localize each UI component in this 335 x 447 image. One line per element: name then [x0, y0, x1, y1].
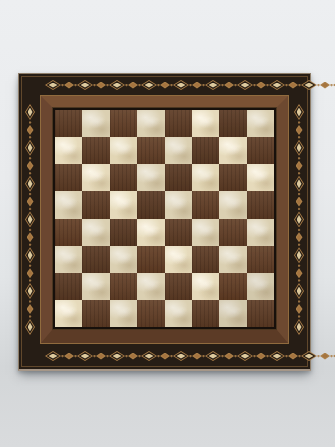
board-square [55, 219, 82, 246]
dot-inlay [29, 121, 32, 124]
diamond-inlay [297, 108, 302, 117]
diamond-inlay [297, 234, 301, 240]
diamond-inlay [27, 197, 34, 207]
board-square [110, 300, 137, 327]
dot-inlay [317, 84, 320, 87]
dot-inlay [157, 355, 160, 358]
board-square [165, 273, 192, 300]
diamond-inlay [28, 251, 33, 260]
board-square [110, 273, 137, 300]
diamond-inlay [207, 81, 220, 89]
diamond-inlay [226, 354, 232, 358]
dot-inlay [234, 84, 237, 87]
diamond-inlay [294, 247, 304, 263]
diamond-inlay [173, 351, 189, 361]
diamond-inlay [177, 354, 186, 359]
board-square [219, 137, 246, 164]
diamond-inlay [305, 83, 314, 88]
dot-inlay [298, 121, 301, 124]
diamond-inlay [301, 351, 317, 361]
dot-inlay [298, 355, 301, 358]
dot-inlay [157, 84, 160, 87]
dot-inlay [106, 84, 109, 87]
diamond-inlay [175, 352, 188, 360]
diamond-inlay [25, 104, 35, 120]
chess-box [18, 73, 311, 371]
diamond-inlay [47, 352, 60, 360]
board-square [192, 273, 219, 300]
board-square [247, 246, 274, 273]
diamond-inlay [237, 80, 253, 90]
board-square [247, 110, 274, 137]
dot-inlay [29, 157, 32, 160]
board-square [110, 164, 137, 191]
diamond-inlay [28, 199, 32, 205]
dot-inlay [61, 355, 64, 358]
diamond-inlay [194, 83, 200, 87]
board-square [192, 137, 219, 164]
diamond-inlay [296, 125, 303, 135]
diamond-inlay [296, 232, 303, 242]
board-square [165, 246, 192, 273]
diamond-inlay [28, 306, 32, 312]
diamond-inlay [256, 82, 266, 89]
diamond-inlay [322, 354, 328, 358]
diamond-inlay [297, 127, 301, 133]
dot-inlay [317, 355, 320, 358]
board-square [55, 164, 82, 191]
dot-inlay [221, 84, 224, 87]
diamond-inlay [28, 234, 32, 240]
diamond-inlay [113, 354, 122, 359]
board-square [137, 246, 164, 273]
diamond-inlay [294, 176, 304, 192]
diamond-inlay [295, 320, 303, 333]
board-square [55, 300, 82, 327]
inlay-band-bottom [45, 349, 284, 363]
board-square [82, 164, 109, 191]
board-square [165, 191, 192, 218]
diamond-inlay [303, 352, 316, 360]
dot-inlay [106, 355, 109, 358]
diamond-inlay [295, 213, 303, 226]
diamond-inlay [28, 270, 32, 276]
diamond-inlay [28, 287, 33, 296]
dot-inlay [253, 84, 256, 87]
diamond-inlay [128, 82, 138, 89]
inlay-band-left [23, 104, 37, 335]
diamond-inlay [28, 108, 33, 117]
dot-inlay [298, 84, 301, 87]
diamond-inlay [26, 141, 34, 154]
board-square [82, 191, 109, 218]
diamond-inlay [192, 353, 202, 360]
board-square [192, 164, 219, 191]
diamond-inlay [143, 352, 156, 360]
diamond-inlay [145, 354, 154, 359]
diamond-inlay [113, 83, 122, 88]
diamond-inlay [145, 83, 154, 88]
board-square [55, 273, 82, 300]
dot-inlay [298, 207, 301, 210]
diamond-inlay [27, 161, 34, 171]
board-square [82, 246, 109, 273]
diamond-inlay [322, 83, 328, 87]
board-square [55, 110, 82, 137]
dot-inlay [29, 207, 32, 210]
diamond-inlay [66, 354, 72, 358]
diamond-inlay [205, 351, 221, 361]
diamond-inlay [294, 104, 304, 120]
board-square [137, 219, 164, 246]
diamond-inlay [25, 140, 35, 156]
diamond-inlay [162, 354, 168, 358]
diamond-inlay [207, 352, 220, 360]
board-square [137, 300, 164, 327]
diamond-inlay [26, 249, 34, 262]
diamond-inlay [27, 304, 34, 314]
diamond-inlay [28, 322, 33, 331]
dot-inlay [298, 264, 301, 267]
diamond-inlay [205, 80, 221, 90]
diamond-inlay [297, 215, 302, 224]
diamond-inlay [271, 81, 284, 89]
diamond-inlay [269, 351, 285, 361]
dot-inlay [138, 84, 141, 87]
dot-inlay [298, 228, 301, 231]
diamond-inlay [194, 354, 200, 358]
diamond-inlay [28, 143, 33, 152]
diamond-inlay [241, 83, 250, 88]
dot-inlay [234, 355, 237, 358]
diamond-inlay [226, 83, 232, 87]
diamond-inlay [295, 249, 303, 262]
dot-inlay [298, 315, 301, 318]
diamond-inlay [305, 354, 314, 359]
diamond-inlay [128, 353, 138, 360]
diamond-inlay [66, 83, 72, 87]
board-square [247, 164, 274, 191]
diamond-inlay [296, 197, 303, 207]
diamond-inlay [25, 211, 35, 227]
diamond-inlay [241, 354, 250, 359]
diamond-inlay [25, 283, 35, 299]
dot-inlay [29, 243, 32, 246]
dot-inlay [29, 193, 32, 196]
diamond-inlay [25, 247, 35, 263]
dot-inlay [170, 84, 173, 87]
dot-inlay [298, 300, 301, 303]
board-square [247, 273, 274, 300]
chess-board [55, 110, 274, 327]
dot-inlay [266, 84, 269, 87]
diamond-inlay [239, 81, 252, 89]
diamond-inlay [295, 141, 303, 154]
dot-inlay [138, 355, 141, 358]
diamond-inlay [77, 80, 93, 90]
dot-inlay [29, 315, 32, 318]
diamond-inlay [209, 83, 218, 88]
diamond-inlay [239, 352, 252, 360]
board-square [247, 191, 274, 218]
dot-inlay [298, 172, 301, 175]
diamond-inlay [294, 140, 304, 156]
dot-inlay [221, 355, 224, 358]
diamond-inlay [258, 354, 264, 358]
dot-inlay [93, 84, 96, 87]
dot-inlay [29, 136, 32, 139]
diamond-inlay [81, 354, 90, 359]
diamond-inlay [27, 125, 34, 135]
diamond-inlay [297, 306, 301, 312]
dot-inlay [298, 193, 301, 196]
dot-inlay [330, 84, 333, 87]
diamond-inlay [64, 82, 74, 89]
diamond-inlay [297, 143, 302, 152]
diamond-inlay [49, 354, 58, 359]
board-square [165, 137, 192, 164]
diamond-inlay [320, 353, 330, 360]
dot-inlay [330, 355, 333, 358]
diamond-inlay [288, 82, 298, 89]
board-square [55, 246, 82, 273]
diamond-inlay [271, 352, 284, 360]
dot-inlay [285, 84, 288, 87]
board-square [219, 164, 246, 191]
diamond-inlay [26, 106, 34, 119]
board-square [219, 219, 246, 246]
diamond-inlay [98, 354, 104, 358]
board-square [192, 219, 219, 246]
board-square [192, 300, 219, 327]
board-square [82, 300, 109, 327]
board-square [137, 137, 164, 164]
diamond-inlay [28, 179, 33, 188]
diamond-inlay [224, 353, 234, 360]
diamond-inlay [303, 81, 316, 89]
diamond-inlay [28, 163, 32, 169]
diamond-inlay [294, 211, 304, 227]
dot-inlay [298, 243, 301, 246]
diamond-inlay [27, 232, 34, 242]
diamond-inlay [209, 354, 218, 359]
board-square [55, 191, 82, 218]
diamond-inlay [301, 80, 317, 90]
diamond-inlay [296, 161, 303, 171]
diamond-inlay [294, 283, 304, 299]
diamond-inlay [111, 81, 124, 89]
dot-inlay [202, 355, 205, 358]
dot-inlay [29, 300, 32, 303]
diamond-inlay [297, 322, 302, 331]
diamond-inlay [297, 199, 301, 205]
diamond-inlay [297, 287, 302, 296]
diamond-inlay [295, 285, 303, 298]
diamond-inlay [130, 354, 136, 358]
diamond-inlay [109, 80, 125, 90]
board-square [137, 110, 164, 137]
diamond-inlay [25, 176, 35, 192]
board-square [247, 137, 274, 164]
diamond-inlay [96, 82, 106, 89]
dot-inlay [29, 279, 32, 282]
diamond-inlay [162, 83, 168, 87]
diamond-inlay [269, 80, 285, 90]
board-square [219, 300, 246, 327]
diamond-inlay [26, 177, 34, 190]
board-square [110, 246, 137, 273]
diamond-inlay [49, 83, 58, 88]
diamond-inlay [79, 81, 92, 89]
diamond-inlay [45, 80, 61, 90]
board-square [219, 110, 246, 137]
dot-inlay [189, 84, 192, 87]
board-square [110, 219, 137, 246]
board-square [165, 164, 192, 191]
board-square [219, 191, 246, 218]
diamond-inlay [290, 83, 296, 87]
diamond-inlay [297, 251, 302, 260]
dot-inlay [189, 355, 192, 358]
board-square [165, 300, 192, 327]
dot-inlay [74, 84, 77, 87]
diamond-inlay [81, 83, 90, 88]
board-square [82, 110, 109, 137]
diamond-inlay [296, 268, 303, 278]
dot-inlay [74, 355, 77, 358]
board-square [55, 137, 82, 164]
diamond-inlay [295, 106, 303, 119]
diamond-inlay [96, 353, 106, 360]
dot-inlay [93, 355, 96, 358]
diamond-inlay [160, 353, 170, 360]
diamond-inlay [297, 179, 302, 188]
diamond-inlay [26, 285, 34, 298]
diamond-inlay [297, 270, 301, 276]
diamond-inlay [177, 83, 186, 88]
diamond-inlay [297, 163, 301, 169]
inlay-band-right [292, 104, 306, 335]
board-square [192, 191, 219, 218]
diamond-inlay [28, 215, 33, 224]
diamond-inlay [130, 83, 136, 87]
diamond-inlay [192, 82, 202, 89]
board-square [165, 110, 192, 137]
diamond-inlay [64, 353, 74, 360]
board-square [192, 110, 219, 137]
diamond-inlay [26, 320, 34, 333]
inlay-band-top [45, 78, 284, 92]
diamond-inlay [256, 353, 266, 360]
diamond-inlay [160, 82, 170, 89]
diamond-inlay [109, 351, 125, 361]
board-square [82, 219, 109, 246]
dot-inlay [298, 157, 301, 160]
diamond-inlay [273, 354, 282, 359]
diamond-inlay [141, 351, 157, 361]
photo-background [0, 0, 335, 447]
diamond-inlay [27, 268, 34, 278]
dot-inlay [266, 355, 269, 358]
diamond-inlay [25, 319, 35, 335]
diamond-inlay [47, 81, 60, 89]
board-square [110, 191, 137, 218]
diamond-inlay [77, 351, 93, 361]
board-square [137, 273, 164, 300]
diamond-inlay [258, 83, 264, 87]
dot-inlay [29, 228, 32, 231]
board-square [82, 137, 109, 164]
dot-inlay [298, 136, 301, 139]
diamond-inlay [111, 352, 124, 360]
diamond-inlay [294, 319, 304, 335]
diamond-inlay [98, 83, 104, 87]
diamond-inlay [295, 177, 303, 190]
board-square [219, 273, 246, 300]
diamond-inlay [143, 81, 156, 89]
dot-inlay [61, 84, 64, 87]
diamond-inlay [273, 83, 282, 88]
diamond-inlay [141, 80, 157, 90]
board-square [82, 273, 109, 300]
board-square [165, 219, 192, 246]
diamond-inlay [45, 351, 61, 361]
dot-inlay [253, 355, 256, 358]
board-square [110, 137, 137, 164]
board-square [219, 246, 246, 273]
board-square [137, 164, 164, 191]
board-square [247, 300, 274, 327]
board-square [247, 219, 274, 246]
board-square [110, 110, 137, 137]
dot-inlay [29, 264, 32, 267]
diamond-inlay [79, 352, 92, 360]
dot-inlay [29, 172, 32, 175]
dot-inlay [125, 84, 128, 87]
diamond-inlay [288, 353, 298, 360]
diamond-inlay [28, 127, 32, 133]
dot-inlay [285, 355, 288, 358]
diamond-inlay [237, 351, 253, 361]
dot-inlay [202, 84, 205, 87]
diamond-inlay [173, 80, 189, 90]
diamond-inlay [290, 354, 296, 358]
diamond-inlay [224, 82, 234, 89]
board-square [192, 246, 219, 273]
diamond-inlay [175, 81, 188, 89]
dot-inlay [125, 355, 128, 358]
dot-inlay [170, 355, 173, 358]
diamond-inlay [26, 213, 34, 226]
board-square [137, 191, 164, 218]
dot-inlay [298, 279, 301, 282]
diamond-inlay [320, 82, 330, 89]
diamond-inlay [296, 304, 303, 314]
